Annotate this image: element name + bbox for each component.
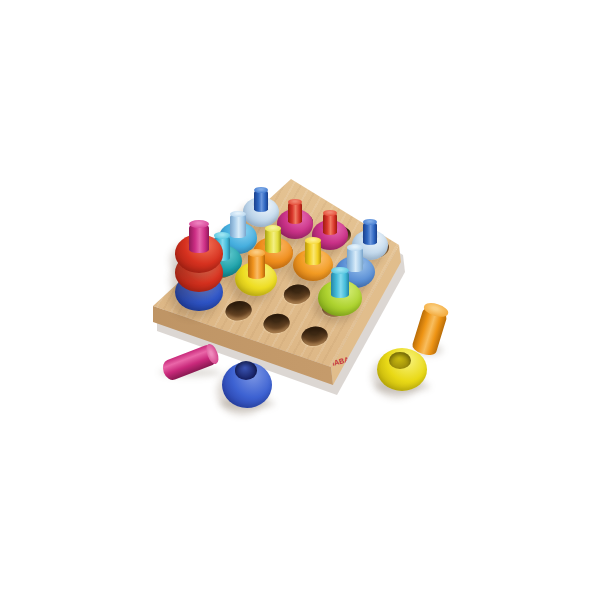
blue-peg [254,190,269,212]
orange-peg [248,253,265,279]
blue-ring-hole [235,361,257,379]
red-peg [323,213,338,235]
turquoise-peg [331,271,349,298]
blue-ring [222,362,272,408]
lightblue-peg [347,247,363,272]
rainbow-pegging-game-photo: HABA [0,0,600,600]
yellow-ring-hole [389,352,411,369]
yellow-peg [305,240,321,265]
lightblue-peg-top [347,244,363,251]
pink-peg-top [189,220,208,228]
limeyellow-peg-top [265,225,281,232]
red-peg-top [323,210,338,216]
lightblue-peg [230,214,246,238]
yellow-ring [377,348,427,391]
pieces-layer [0,0,600,600]
red-peg-top [288,199,303,205]
yellow-peg-top [305,237,321,244]
orange-peg-top [248,249,265,256]
blue-peg [363,222,378,245]
pink-peg [189,224,208,254]
blue-peg-top [254,187,269,193]
red-peg [288,202,303,224]
limeyellow-peg [265,228,281,253]
